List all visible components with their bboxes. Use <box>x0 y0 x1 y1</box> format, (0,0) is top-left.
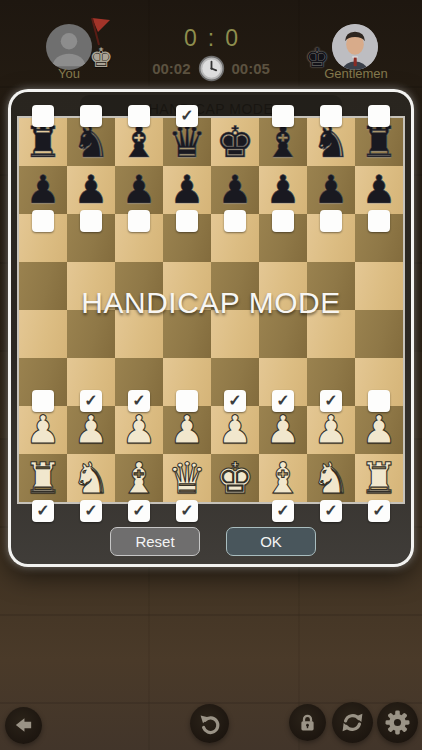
checkbox-slot-white-pieces-f: ✓ <box>259 499 307 523</box>
checkbox-slot-white-pieces-c: ✓ <box>115 499 163 523</box>
checkmark-icon: ✓ <box>276 500 289 522</box>
piece-white-queen-d1: ♛ <box>168 454 207 502</box>
piece-white-rook-h1: ♜ <box>360 454 399 502</box>
checkmark-icon: ✓ <box>324 390 337 412</box>
checkbox-slot-black-pieces-h <box>355 104 403 128</box>
checkbox-slot-white-pawns-c: ✓ <box>115 389 163 413</box>
checkbox-slot-white-pawns-h <box>355 389 403 413</box>
piece-white-knight-b1: ♞ <box>72 454 111 502</box>
handicap-checkbox-white-pawns-a[interactable] <box>32 390 54 412</box>
piece-white-pawn-h2: ♟ <box>362 406 397 454</box>
checkbox-slot-black-pieces-f <box>259 104 307 128</box>
square-h7: ♟ <box>355 166 403 214</box>
checkbox-slot-black-pawns-e <box>211 209 259 233</box>
settings-button[interactable] <box>377 702 418 743</box>
piece-black-pawn-h7: ♟ <box>362 166 397 214</box>
handicap-checkbox-black-pieces-g[interactable] <box>320 105 342 127</box>
piece-black-pawn-f7: ♟ <box>266 166 301 214</box>
checkbox-slot-white-pawns-g: ✓ <box>307 389 355 413</box>
checkmark-icon: ✓ <box>276 390 289 412</box>
square-g2: ♟ <box>307 406 355 454</box>
square-c2: ♟ <box>115 406 163 454</box>
square-e1: ♚ <box>211 454 259 502</box>
piece-white-pawn-b2: ♟ <box>74 406 109 454</box>
handicap-checkbox-black-pawns-a[interactable] <box>32 210 54 232</box>
piece-black-pawn-d7: ♟ <box>170 166 205 214</box>
piece-white-bishop-f1: ♝ <box>264 454 303 502</box>
handicap-checkbox-white-pawns-d[interactable] <box>176 390 198 412</box>
handicap-checkbox-white-pawns-b[interactable]: ✓ <box>80 390 102 412</box>
square-g7: ♟ <box>307 166 355 214</box>
handicap-checkbox-white-pawns-f[interactable]: ✓ <box>272 390 294 412</box>
piece-white-pawn-f2: ♟ <box>266 406 301 454</box>
handicap-checkbox-black-pieces-b[interactable] <box>80 105 102 127</box>
piece-white-bishop-c1: ♝ <box>120 454 159 502</box>
piece-black-pawn-g7: ♟ <box>314 166 349 214</box>
handicap-checkbox-white-pieces-f[interactable]: ✓ <box>272 500 294 522</box>
piece-white-pawn-a2: ♟ <box>26 406 61 454</box>
checkbox-slot-white-pieces-e <box>211 499 259 523</box>
avatar-gentlemen <box>332 24 378 70</box>
checkbox-slot-black-pawns-d <box>163 209 211 233</box>
lock-button[interactable] <box>289 704 326 741</box>
square-e2: ♟ <box>211 406 259 454</box>
checkbox-slot-white-pieces-h: ✓ <box>355 499 403 523</box>
checkbox-slot-white-pieces-b: ✓ <box>67 499 115 523</box>
handicap-checkbox-white-pawns-c[interactable]: ✓ <box>128 390 150 412</box>
ok-button[interactable]: OK <box>226 527 316 556</box>
checkmark-icon: ✓ <box>132 500 145 522</box>
square-e7: ♟ <box>211 166 259 214</box>
score-right: 0 <box>225 25 238 52</box>
square-d2: ♟ <box>163 406 211 454</box>
sync-button[interactable] <box>332 702 373 743</box>
checkbox-slot-black-pieces-g <box>307 104 355 128</box>
undo-icon <box>198 712 222 736</box>
square-h1: ♜ <box>355 454 403 502</box>
square-a2: ♟ <box>19 406 67 454</box>
piece-black-pawn-c7: ♟ <box>122 166 157 214</box>
checkbox-slot-white-pawns-f: ✓ <box>259 389 307 413</box>
handicap-checkbox-white-pieces-a[interactable]: ✓ <box>32 500 54 522</box>
handicap-dialog: HANDICAP MODE ♜♞♝♛♚♝♞♜♟♟♟♟♟♟♟♟♟♟♟♟♟♟♟♟♜♞… <box>8 89 414 567</box>
square-d1: ♛ <box>163 454 211 502</box>
handicap-checkbox-black-pawns-d[interactable] <box>176 210 198 232</box>
handicap-checkbox-black-pawns-e[interactable] <box>224 210 246 232</box>
checkmark-icon: ✓ <box>228 390 241 412</box>
handicap-checkbox-black-pieces-a[interactable] <box>32 105 54 127</box>
handicap-checkbox-white-pieces-d[interactable]: ✓ <box>176 500 198 522</box>
piece-white-king-e1: ♚ <box>216 454 255 502</box>
checkmark-icon: ✓ <box>132 390 145 412</box>
checkbox-slot-black-pawns-c <box>115 209 163 233</box>
top-hud: You ♚ 0 : 0 00:02 00:05 ♚ <box>0 0 422 92</box>
checkbox-slot-white-pieces-d: ✓ <box>163 499 211 523</box>
piece-white-pawn-c2: ♟ <box>122 406 157 454</box>
handicap-checkbox-black-pawns-g[interactable] <box>320 210 342 232</box>
square-a1: ♜ <box>19 454 67 502</box>
handicap-checkbox-black-pawns-b[interactable] <box>80 210 102 232</box>
sync-icon <box>340 710 365 735</box>
clock-icon <box>198 55 225 82</box>
piece-white-rook-a1: ♜ <box>24 454 63 502</box>
checkmark-icon: ✓ <box>180 500 193 522</box>
piece-white-knight-g1: ♞ <box>312 454 351 502</box>
square-a7: ♟ <box>19 166 67 214</box>
handicap-checkbox-white-pieces-b[interactable]: ✓ <box>80 500 102 522</box>
undo-button[interactable] <box>190 704 229 743</box>
checkbox-slot-white-pieces-a: ✓ <box>19 499 67 523</box>
checkmark-icon: ✓ <box>372 500 385 522</box>
handicap-mode-title: HANDICAP MODE <box>8 285 414 321</box>
checkbox-row-black-pawns <box>19 209 403 233</box>
square-f2: ♟ <box>259 406 307 454</box>
checkbox-slot-black-pieces-b <box>67 104 115 128</box>
checkbox-slot-black-pawns-h <box>355 209 403 233</box>
back-icon <box>12 714 35 737</box>
checkbox-slot-black-pawns-g <box>307 209 355 233</box>
checkbox-slot-white-pawns-e: ✓ <box>211 389 259 413</box>
square-h2: ♟ <box>355 406 403 454</box>
checkbox-slot-black-pawns-f <box>259 209 307 233</box>
square-b1: ♞ <box>67 454 115 502</box>
checkbox-row-black-pieces: ✓ <box>19 104 403 128</box>
piece-black-pawn-a7: ♟ <box>26 166 61 214</box>
checkbox-slot-white-pawns-d <box>163 389 211 413</box>
player-name-gentlemen: Gentlemen <box>316 66 396 81</box>
square-f1: ♝ <box>259 454 307 502</box>
handicap-checkbox-black-pawns-h[interactable] <box>368 210 390 232</box>
reset-button[interactable]: Reset <box>110 527 200 556</box>
checkbox-slot-black-pieces-d: ✓ <box>163 104 211 128</box>
piece-black-pawn-e7: ♟ <box>218 166 253 214</box>
square-c7: ♟ <box>115 166 163 214</box>
score-left: 0 <box>184 25 197 52</box>
checkbox-slot-black-pawns-a <box>19 209 67 233</box>
score-separator: : <box>208 25 214 52</box>
handicap-checkbox-white-pieces-c[interactable]: ✓ <box>128 500 150 522</box>
square-b2: ♟ <box>67 406 115 454</box>
square-b7: ♟ <box>67 166 115 214</box>
checkbox-slot-black-pawns-b <box>67 209 115 233</box>
checkmark-icon: ✓ <box>36 500 49 522</box>
piece-white-pawn-d2: ♟ <box>170 406 205 454</box>
checkbox-slot-white-pawns-b: ✓ <box>67 389 115 413</box>
gentleman-portrait <box>332 24 378 70</box>
lock-icon <box>297 712 318 733</box>
handicap-checkbox-black-pieces-d[interactable]: ✓ <box>176 105 198 127</box>
piece-black-pawn-b7: ♟ <box>74 166 109 214</box>
gear-icon <box>385 710 410 735</box>
checkbox-slot-black-pieces-e <box>211 104 259 128</box>
handicap-checkbox-white-pawns-e[interactable]: ✓ <box>224 390 246 412</box>
time-right: 00:05 <box>232 60 270 77</box>
square-c1: ♝ <box>115 454 163 502</box>
handicap-checkbox-black-pieces-h[interactable] <box>368 105 390 127</box>
handicap-checkbox-white-pieces-h[interactable]: ✓ <box>368 500 390 522</box>
checkbox-row-white-pawns: ✓✓✓✓✓ <box>19 389 403 413</box>
checkbox-slot-white-pawns-a <box>19 389 67 413</box>
handicap-checkbox-black-pieces-f[interactable] <box>272 105 294 127</box>
handicap-checkbox-black-pawns-f[interactable] <box>272 210 294 232</box>
handicap-checkbox-black-pieces-c[interactable] <box>128 105 150 127</box>
handicap-checkbox-white-pawns-g[interactable]: ✓ <box>320 390 342 412</box>
handicap-checkbox-white-pieces-g[interactable]: ✓ <box>320 500 342 522</box>
checkbox-slot-white-pieces-g: ✓ <box>307 499 355 523</box>
handicap-checkbox-black-pawns-c[interactable] <box>128 210 150 232</box>
piece-white-pawn-g2: ♟ <box>314 406 349 454</box>
square-g1: ♞ <box>307 454 355 502</box>
handicap-checkbox-white-pawns-h[interactable] <box>368 390 390 412</box>
square-d7: ♟ <box>163 166 211 214</box>
checkbox-row-white-pieces: ✓✓✓✓✓✓✓ <box>19 499 403 523</box>
checkmark-icon: ✓ <box>84 390 97 412</box>
checkmark-icon: ✓ <box>324 500 337 522</box>
checkbox-slot-black-pieces-c <box>115 104 163 128</box>
app-screen: You ♚ 0 : 0 00:02 00:05 ♚ <box>0 0 422 750</box>
square-f7: ♟ <box>259 166 307 214</box>
back-button[interactable] <box>5 707 42 744</box>
checkbox-slot-black-pieces-a <box>19 104 67 128</box>
checkmark-icon: ✓ <box>84 500 97 522</box>
time-left: 00:02 <box>152 60 190 77</box>
piece-white-pawn-e2: ♟ <box>218 406 253 454</box>
checkmark-icon: ✓ <box>180 105 193 127</box>
